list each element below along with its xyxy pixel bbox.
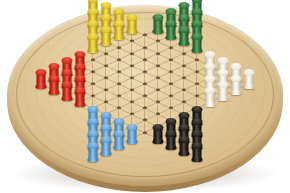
hole-c10-r4[interactable] <box>151 26 164 32</box>
peg-black[interactable] <box>166 133 175 149</box>
empty-hole-dot <box>143 95 147 98</box>
empty-hole-dot <box>182 52 186 55</box>
empty-hole-dot <box>156 76 160 79</box>
empty-hole-dot <box>117 95 121 98</box>
empty-hole-dot <box>104 64 108 67</box>
empty-hole-dot <box>143 34 147 37</box>
board-grid <box>34 8 255 160</box>
hole-c13-r25[interactable] <box>190 154 203 160</box>
hole-c6-r12[interactable] <box>99 75 112 81</box>
empty-hole-dot <box>143 46 147 49</box>
hole-c13-r11[interactable] <box>190 69 203 75</box>
empty-hole-dot <box>130 76 134 79</box>
empty-hole-dot <box>156 52 160 55</box>
hole-c11-r7[interactable] <box>164 44 177 50</box>
hole-c8-r10[interactable] <box>125 63 138 69</box>
hole-c8-r22[interactable] <box>125 136 138 142</box>
hole-c4-r16[interactable] <box>73 99 86 105</box>
hole-c17-r13[interactable] <box>242 81 255 87</box>
hole-c7-r9[interactable] <box>112 57 125 63</box>
empty-hole-dot <box>195 82 199 85</box>
empty-hole-dot <box>143 119 147 122</box>
empty-hole-dot <box>91 70 95 73</box>
hole-c7-r15[interactable] <box>112 93 125 99</box>
empty-hole-dot <box>117 82 121 85</box>
hole-c13-r15[interactable] <box>190 93 203 99</box>
hole-c11-r23[interactable] <box>164 142 177 148</box>
hole-c10-r22[interactable] <box>151 136 164 142</box>
hole-c11-r5[interactable] <box>164 32 177 38</box>
hole-c12-r12[interactable] <box>177 75 190 81</box>
empty-hole-dot <box>182 101 186 104</box>
hole-c7-r13[interactable] <box>112 81 125 87</box>
hole-c12-r14[interactable] <box>177 87 190 93</box>
hole-c13-r13[interactable] <box>190 81 203 87</box>
hole-c12-r10[interactable] <box>177 63 190 69</box>
empty-hole-dot <box>130 52 134 55</box>
empty-hole-dot <box>130 40 134 43</box>
peg-white[interactable] <box>244 72 253 88</box>
empty-hole-dot <box>143 70 147 73</box>
empty-hole-dot <box>156 40 160 43</box>
hole-c16-r14[interactable] <box>229 87 242 93</box>
hole-c5-r9[interactable] <box>86 57 99 63</box>
hole-c8-r4[interactable] <box>125 26 138 32</box>
hole-c5-r7[interactable] <box>86 44 99 50</box>
hole-c9-r15[interactable] <box>138 93 151 99</box>
peg-white[interactable] <box>231 78 240 94</box>
peg-red[interactable] <box>49 78 58 94</box>
hole-c11-r13[interactable] <box>164 81 177 87</box>
empty-hole-dot <box>91 95 95 98</box>
hole-c10-r18[interactable] <box>151 111 164 117</box>
peg-black[interactable] <box>153 127 162 143</box>
hole-c10-r8[interactable] <box>151 51 164 57</box>
empty-hole-dot <box>130 89 134 92</box>
hole-c6-r16[interactable] <box>99 99 112 105</box>
empty-hole-dot <box>104 89 108 92</box>
hole-c10-r14[interactable] <box>151 87 164 93</box>
hole-c6-r14[interactable] <box>99 87 112 93</box>
hole-c7-r17[interactable] <box>112 105 125 111</box>
hole-c5-r13[interactable] <box>86 81 99 87</box>
peg-yellow[interactable] <box>114 23 123 39</box>
hole-c6-r8[interactable] <box>99 51 112 57</box>
empty-hole-dot <box>143 82 147 85</box>
empty-hole-dot <box>182 76 186 79</box>
peg-blue[interactable] <box>127 127 136 143</box>
hole-c11-r11[interactable] <box>164 69 177 75</box>
peg-red[interactable] <box>62 84 71 100</box>
peg-green[interactable] <box>153 17 162 33</box>
hole-c7-r23[interactable] <box>112 142 125 148</box>
empty-hole-dot <box>195 70 199 73</box>
empty-hole-dot <box>143 58 147 61</box>
empty-hole-dot <box>104 52 108 55</box>
empty-hole-dot <box>130 64 134 67</box>
peg-blue[interactable] <box>114 133 123 149</box>
peg-blue[interactable] <box>101 139 110 155</box>
empty-hole-dot <box>169 46 173 49</box>
empty-hole-dot <box>104 101 108 104</box>
hole-c7-r5[interactable] <box>112 32 125 38</box>
peg-blue[interactable] <box>88 145 97 161</box>
hole-c6-r6[interactable] <box>99 38 112 44</box>
empty-hole-dot <box>182 64 186 67</box>
peg-green[interactable] <box>179 29 188 45</box>
peg-black[interactable] <box>179 139 188 155</box>
empty-hole-dot <box>169 107 173 110</box>
empty-hole-dot <box>156 64 160 67</box>
hole-c9-r11[interactable] <box>138 69 151 75</box>
hole-c13-r9[interactable] <box>190 57 203 63</box>
hole-c5-r15[interactable] <box>86 93 99 99</box>
empty-hole-dot <box>130 101 134 104</box>
hole-c9-r7[interactable] <box>138 44 151 50</box>
hole-c13-r7[interactable] <box>190 44 203 50</box>
hole-c7-r11[interactable] <box>112 69 125 75</box>
peg-white[interactable] <box>205 90 214 106</box>
hole-c8-r18[interactable] <box>125 111 138 117</box>
empty-hole-dot <box>169 95 173 98</box>
hole-c10-r6[interactable] <box>151 38 164 44</box>
peg-white[interactable] <box>218 84 227 100</box>
peg-red[interactable] <box>36 72 45 88</box>
hole-c12-r8[interactable] <box>177 51 190 57</box>
hole-c11-r17[interactable] <box>164 105 177 111</box>
empty-hole-dot <box>143 131 147 134</box>
chinese-checkers-board <box>7 5 283 186</box>
peg-green[interactable] <box>192 36 201 52</box>
hole-c8-r16[interactable] <box>125 99 138 105</box>
empty-hole-dot <box>169 70 173 73</box>
peg-black[interactable] <box>192 145 201 161</box>
empty-hole-dot <box>143 107 147 110</box>
empty-hole-dot <box>104 76 108 79</box>
hole-c9-r21[interactable] <box>138 130 151 136</box>
hole-c5-r25[interactable] <box>86 154 99 160</box>
hole-c1-r13[interactable] <box>34 81 47 87</box>
peg-yellow[interactable] <box>88 36 97 52</box>
hole-c12-r24[interactable] <box>177 148 190 154</box>
peg-yellow[interactable] <box>127 17 136 33</box>
hole-c9-r9[interactable] <box>138 57 151 63</box>
hole-c8-r14[interactable] <box>125 87 138 93</box>
hole-c10-r10[interactable] <box>151 63 164 69</box>
hole-c10-r16[interactable] <box>151 99 164 105</box>
hole-c8-r12[interactable] <box>125 75 138 81</box>
hole-c3-r15[interactable] <box>60 93 73 99</box>
hole-c8-r8[interactable] <box>125 51 138 57</box>
hole-c12-r16[interactable] <box>177 99 190 105</box>
peg-green[interactable] <box>166 23 175 39</box>
empty-hole-dot <box>117 58 121 61</box>
hole-c9-r13[interactable] <box>138 81 151 87</box>
empty-hole-dot <box>130 113 134 116</box>
empty-hole-dot <box>156 101 160 104</box>
hole-c6-r10[interactable] <box>99 63 112 69</box>
peg-red[interactable] <box>75 90 84 106</box>
hole-c15-r15[interactable] <box>216 93 229 99</box>
empty-hole-dot <box>117 107 121 110</box>
hole-c2-r14[interactable] <box>47 87 60 93</box>
hole-c5-r11[interactable] <box>86 69 99 75</box>
empty-hole-dot <box>169 82 173 85</box>
hole-c7-r7[interactable] <box>112 44 125 50</box>
hole-c14-r16[interactable] <box>203 99 216 105</box>
hole-c9-r19[interactable] <box>138 117 151 123</box>
empty-hole-dot <box>182 89 186 92</box>
empty-hole-dot <box>169 58 173 61</box>
empty-hole-dot <box>117 46 121 49</box>
hole-c9-r5[interactable] <box>138 32 151 38</box>
hole-c6-r24[interactable] <box>99 148 112 154</box>
empty-hole-dot <box>117 70 121 73</box>
hole-c9-r17[interactable] <box>138 105 151 111</box>
hole-c11-r9[interactable] <box>164 57 177 63</box>
hole-c10-r12[interactable] <box>151 75 164 81</box>
photo-stage <box>0 0 290 193</box>
empty-hole-dot <box>91 58 95 61</box>
empty-hole-dot <box>91 82 95 85</box>
empty-hole-dot <box>156 89 160 92</box>
hole-c8-r6[interactable] <box>125 38 138 44</box>
empty-hole-dot <box>195 58 199 61</box>
peg-yellow[interactable] <box>101 29 110 45</box>
empty-hole-dot <box>195 95 199 98</box>
hole-c12-r6[interactable] <box>177 38 190 44</box>
empty-hole-dot <box>156 113 160 116</box>
hole-c11-r15[interactable] <box>164 93 177 99</box>
